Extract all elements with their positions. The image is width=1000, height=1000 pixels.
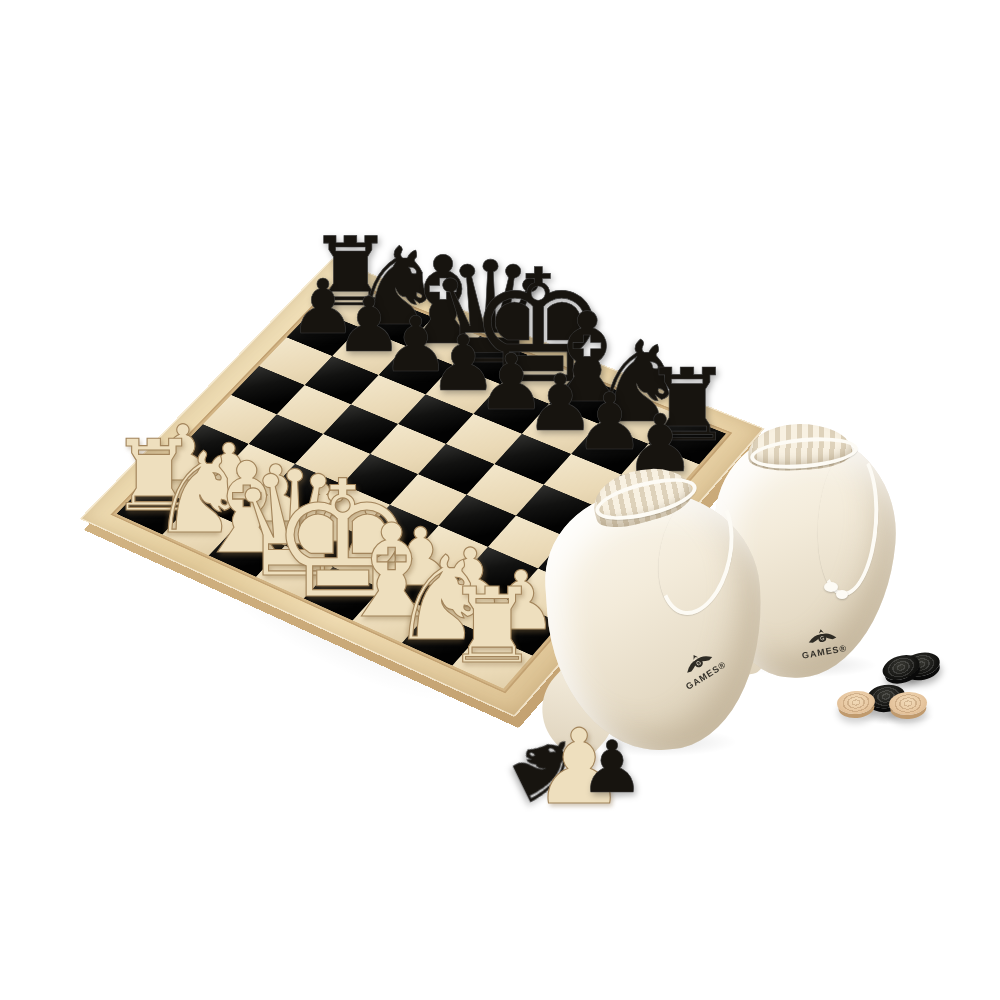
bag-back-cord-knot-end: [836, 590, 848, 599]
loose-pieces-shadow: [522, 784, 647, 808]
product-photo-scene: ♜♞♝♛♚♝♞♜♟♟♟♟♟♟♟♟♟♟♟♟♟♟♟♟♜♞♝♛♚♝♞♜ G GAMES…: [0, 0, 1000, 1000]
bag-back-cord-knot: [824, 582, 838, 592]
